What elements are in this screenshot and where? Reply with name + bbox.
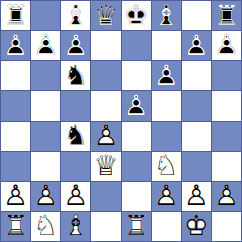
rook-outline-glyph: ♖ [1, 1, 30, 30]
square-g6[interactable] [182, 61, 211, 90]
square-f7[interactable] [152, 31, 181, 60]
square-g4[interactable] [182, 122, 211, 151]
square-b4[interactable] [31, 122, 60, 151]
rook-outline-glyph: ♖ [1, 212, 30, 241]
piece-black-pawn[interactable]: ♟♙ [61, 31, 90, 60]
pawn-outline-glyph: ♙ [91, 122, 120, 151]
bishop-fill-glyph: ♝ [61, 212, 90, 241]
square-a7[interactable]: ♟♙ [1, 31, 30, 60]
square-d1[interactable] [91, 212, 120, 241]
pawn-outline-glyph: ♙ [31, 182, 60, 211]
square-d3[interactable]: ♛♕ [91, 152, 120, 181]
piece-white-pawn[interactable]: ♟♙ [31, 182, 60, 211]
pawn-outline-glyph: ♙ [31, 31, 60, 60]
piece-black-pawn[interactable]: ♟♙ [122, 91, 151, 120]
square-f4[interactable] [152, 122, 181, 151]
square-e5[interactable]: ♟♙ [122, 91, 151, 120]
square-a4[interactable] [1, 122, 30, 151]
bishop-outline-glyph: ♗ [61, 1, 90, 30]
square-g3[interactable] [182, 152, 211, 181]
rook-fill-glyph: ♜ [212, 1, 241, 30]
piece-white-queen[interactable]: ♛♕ [91, 152, 120, 181]
piece-white-king[interactable]: ♚♔ [182, 212, 211, 241]
square-c1[interactable]: ♝♗ [61, 212, 90, 241]
pawn-fill-glyph: ♟ [152, 182, 181, 211]
square-e7[interactable] [122, 31, 151, 60]
square-c8[interactable]: ♝♗ [61, 1, 90, 30]
king-outline-glyph: ♔ [122, 1, 151, 30]
square-e3[interactable] [122, 152, 151, 181]
knight-fill-glyph: ♞ [31, 212, 60, 241]
queen-outline-glyph: ♕ [91, 1, 120, 30]
square-a8[interactable]: ♜♖ [1, 1, 30, 30]
square-e8[interactable]: ♚♔ [122, 1, 151, 30]
square-b7[interactable]: ♟♙ [31, 31, 60, 60]
square-h8[interactable]: ♜♖ [212, 1, 241, 30]
piece-black-pawn[interactable]: ♟♙ [182, 31, 211, 60]
square-f2[interactable]: ♟♙ [152, 182, 181, 211]
square-b2[interactable]: ♟♙ [31, 182, 60, 211]
piece-white-rook[interactable]: ♜♖ [122, 212, 151, 241]
knight-outline-glyph: ♘ [31, 212, 60, 241]
piece-white-bishop[interactable]: ♝♗ [61, 212, 90, 241]
square-h4[interactable] [212, 122, 241, 151]
knight-fill-glyph: ♞ [152, 152, 181, 181]
square-b3[interactable] [31, 152, 60, 181]
square-a1[interactable]: ♜♖ [1, 212, 30, 241]
square-b6[interactable] [31, 61, 60, 90]
pawn-fill-glyph: ♟ [1, 31, 30, 60]
pawn-fill-glyph: ♟ [182, 182, 211, 211]
square-d7[interactable] [91, 31, 120, 60]
square-b8[interactable] [31, 1, 60, 30]
rook-outline-glyph: ♖ [122, 212, 151, 241]
piece-black-pawn[interactable]: ♟♙ [212, 31, 241, 60]
piece-white-pawn[interactable]: ♟♙ [152, 182, 181, 211]
square-c6[interactable]: ♞♘ [61, 61, 90, 90]
square-a2[interactable]: ♟♙ [1, 182, 30, 211]
rook-fill-glyph: ♜ [122, 212, 151, 241]
knight-fill-glyph: ♞ [61, 122, 90, 151]
pawn-outline-glyph: ♙ [1, 182, 30, 211]
pawn-outline-glyph: ♙ [182, 182, 211, 211]
square-f1[interactable] [152, 212, 181, 241]
queen-fill-glyph: ♛ [91, 1, 120, 30]
square-f3[interactable]: ♞♘ [152, 152, 181, 181]
piece-white-knight[interactable]: ♞♘ [31, 212, 60, 241]
square-h7[interactable]: ♟♙ [212, 31, 241, 60]
piece-black-bishop[interactable]: ♝♗ [61, 1, 90, 30]
pawn-fill-glyph: ♟ [31, 182, 60, 211]
bishop-fill-glyph: ♝ [61, 1, 90, 30]
bishop-fill-glyph: ♝ [152, 1, 181, 30]
rook-fill-glyph: ♜ [1, 212, 30, 241]
pawn-outline-glyph: ♙ [61, 182, 90, 211]
square-g8[interactable] [182, 1, 211, 30]
piece-black-rook[interactable]: ♜♖ [1, 1, 30, 30]
square-f5[interactable] [152, 91, 181, 120]
piece-black-knight[interactable]: ♞♘ [61, 122, 90, 151]
square-h5[interactable] [212, 91, 241, 120]
pawn-fill-glyph: ♟ [212, 182, 241, 211]
pawn-outline-glyph: ♙ [212, 31, 241, 60]
piece-black-knight[interactable]: ♞♘ [61, 61, 90, 90]
pawn-fill-glyph: ♟ [122, 91, 151, 120]
pawn-outline-glyph: ♙ [182, 31, 211, 60]
square-h1[interactable] [212, 212, 241, 241]
pawn-fill-glyph: ♟ [91, 122, 120, 151]
square-h2[interactable]: ♟♙ [212, 182, 241, 211]
square-c4[interactable]: ♞♘ [61, 122, 90, 151]
square-a6[interactable] [1, 61, 30, 90]
piece-white-pawn[interactable]: ♟♙ [61, 182, 90, 211]
rook-outline-glyph: ♖ [212, 1, 241, 30]
piece-black-pawn[interactable]: ♟♙ [1, 31, 30, 60]
square-c3[interactable] [61, 152, 90, 181]
knight-fill-glyph: ♞ [61, 61, 90, 90]
piece-white-pawn[interactable]: ♟♙ [1, 182, 30, 211]
square-b1[interactable]: ♞♘ [31, 212, 60, 241]
square-c7[interactable]: ♟♙ [61, 31, 90, 60]
square-d4[interactable]: ♟♙ [91, 122, 120, 151]
king-fill-glyph: ♚ [182, 212, 211, 241]
piece-black-bishop[interactable]: ♝♗ [152, 1, 181, 30]
square-d8[interactable]: ♛♕ [91, 1, 120, 30]
square-d2[interactable] [91, 182, 120, 211]
king-outline-glyph: ♔ [182, 212, 211, 241]
rook-fill-glyph: ♜ [1, 1, 30, 30]
square-e1[interactable]: ♜♖ [122, 212, 151, 241]
pawn-outline-glyph: ♙ [122, 91, 151, 120]
knight-outline-glyph: ♘ [61, 122, 90, 151]
pawn-fill-glyph: ♟ [182, 31, 211, 60]
square-g1[interactable]: ♚♔ [182, 212, 211, 241]
king-fill-glyph: ♚ [122, 1, 151, 30]
pawn-outline-glyph: ♙ [61, 31, 90, 60]
square-a3[interactable] [1, 152, 30, 181]
pawn-outline-glyph: ♙ [212, 182, 241, 211]
piece-black-queen[interactable]: ♛♕ [91, 1, 120, 30]
pawn-fill-glyph: ♟ [152, 61, 181, 90]
piece-white-pawn[interactable]: ♟♙ [182, 182, 211, 211]
square-g2[interactable]: ♟♙ [182, 182, 211, 211]
square-h6[interactable] [212, 61, 241, 90]
knight-outline-glyph: ♘ [61, 61, 90, 90]
square-f8[interactable]: ♝♗ [152, 1, 181, 30]
bishop-outline-glyph: ♗ [152, 1, 181, 30]
square-b5[interactable] [31, 91, 60, 120]
square-g5[interactable] [182, 91, 211, 120]
pawn-fill-glyph: ♟ [1, 182, 30, 211]
queen-fill-glyph: ♛ [91, 152, 120, 181]
square-a5[interactable] [1, 91, 30, 120]
piece-black-pawn[interactable]: ♟♙ [31, 31, 60, 60]
chess-board: ♜♖♝♗♛♕♚♔♝♗♜♖♟♙♟♙♟♙♟♙♟♙♞♘♟♙♟♙♞♘♟♙♛♕♞♘♟♙♟♙… [0, 0, 242, 242]
piece-black-pawn[interactable]: ♟♙ [152, 61, 181, 90]
pawn-outline-glyph: ♙ [152, 182, 181, 211]
queen-outline-glyph: ♕ [91, 152, 120, 181]
knight-outline-glyph: ♘ [152, 152, 181, 181]
piece-white-rook[interactable]: ♜♖ [1, 212, 30, 241]
square-c2[interactable]: ♟♙ [61, 182, 90, 211]
square-d5[interactable] [91, 91, 120, 120]
pawn-fill-glyph: ♟ [61, 31, 90, 60]
pawn-outline-glyph: ♙ [152, 61, 181, 90]
square-e6[interactable] [122, 61, 151, 90]
square-f6[interactable]: ♟♙ [152, 61, 181, 90]
piece-white-knight[interactable]: ♞♘ [152, 152, 181, 181]
pawn-fill-glyph: ♟ [31, 31, 60, 60]
square-e2[interactable] [122, 182, 151, 211]
pawn-fill-glyph: ♟ [61, 182, 90, 211]
bishop-outline-glyph: ♗ [61, 212, 90, 241]
square-g7[interactable]: ♟♙ [182, 31, 211, 60]
piece-black-rook[interactable]: ♜♖ [212, 1, 241, 30]
pawn-outline-glyph: ♙ [1, 31, 30, 60]
square-h3[interactable] [212, 152, 241, 181]
square-e4[interactable] [122, 122, 151, 151]
piece-white-pawn[interactable]: ♟♙ [212, 182, 241, 211]
piece-black-king[interactable]: ♚♔ [122, 1, 151, 30]
square-d6[interactable] [91, 61, 120, 90]
pawn-fill-glyph: ♟ [212, 31, 241, 60]
square-c5[interactable] [61, 91, 90, 120]
piece-white-pawn[interactable]: ♟♙ [91, 122, 120, 151]
